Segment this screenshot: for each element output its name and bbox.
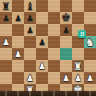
square-h2[interactable]: ♟ (84, 72, 96, 84)
square-a8[interactable]: ♜ (0, 0, 12, 12)
square-g3[interactable]: ♜ (72, 60, 84, 72)
white-pawn-h2[interactable]: ♟ (84, 72, 96, 84)
white-pawn-f2[interactable]: ♟ (60, 72, 72, 84)
square-g7[interactable] (72, 12, 84, 24)
square-f4[interactable] (60, 48, 72, 60)
black-pawn-c6[interactable]: ♟ (24, 24, 36, 36)
white-pawn-b4[interactable]: ♟ (12, 48, 24, 60)
black-bishop-c8[interactable]: ♝ (24, 0, 36, 12)
square-a6[interactable] (0, 24, 12, 36)
white-pawn-d3[interactable]: ♟ (36, 60, 48, 72)
square-g4[interactable] (72, 48, 84, 60)
square-b5[interactable] (12, 36, 24, 48)
white-rook-g3[interactable]: ♜ (72, 60, 84, 72)
square-d4[interactable] (36, 48, 48, 60)
white-pawn-c2[interactable]: ♟ (24, 72, 36, 84)
black-pawn-f6[interactable]: ♟ (60, 24, 72, 36)
white-knight-h5[interactable]: ♞ (84, 36, 96, 48)
square-d2[interactable] (36, 72, 48, 84)
square-g8[interactable] (72, 0, 84, 12)
square-a3[interactable] (0, 60, 12, 72)
square-h8[interactable] (84, 0, 96, 12)
square-e6[interactable] (48, 24, 60, 36)
black-pawn-b7[interactable]: ♟ (12, 12, 24, 24)
square-a2[interactable] (0, 72, 12, 84)
black-pawn-a7[interactable]: ♟ (0, 12, 12, 24)
square-b4[interactable]: ♟ (12, 48, 24, 60)
square-a7[interactable]: ♟ (0, 12, 12, 24)
square-e2[interactable] (48, 72, 60, 84)
square-c2[interactable]: ♟ (24, 72, 36, 84)
black-pawn-d5[interactable]: ♟ (36, 36, 48, 48)
square-a5[interactable]: ♟ (0, 36, 12, 48)
square-e8[interactable] (48, 0, 60, 12)
square-h4[interactable] (84, 48, 96, 60)
bottom-ui-strip (0, 91, 96, 96)
black-king-f7[interactable]: ♚ (60, 12, 72, 24)
square-h3[interactable] (84, 60, 96, 72)
square-a4[interactable] (0, 48, 12, 60)
black-pawn-c7[interactable]: ♟ (24, 12, 36, 24)
square-b7[interactable]: ♟ (12, 12, 24, 24)
square-e7[interactable] (48, 12, 60, 24)
square-d8[interactable] (36, 0, 48, 12)
black-rook-a8[interactable]: ♜ (0, 0, 12, 12)
square-e4[interactable] (48, 48, 60, 60)
square-d7[interactable] (36, 12, 48, 24)
square-b2[interactable] (12, 72, 24, 84)
chess-board: ♜♝♟♟♟♚♟♟♟♟♞♟♟♜♟♟♟♟♜♚ (0, 0, 96, 96)
square-c3[interactable] (24, 60, 36, 72)
square-h5[interactable]: ♞ (84, 36, 96, 48)
bottom-strip-captured-piece-specks (0, 91, 96, 96)
square-c8[interactable]: ♝ (24, 0, 36, 12)
square-f7[interactable]: ♚ (60, 12, 72, 24)
square-c6[interactable]: ♟ (24, 24, 36, 36)
white-pawn-a5[interactable]: ♟ (0, 36, 12, 48)
square-d5[interactable]: ♟ (36, 36, 48, 48)
square-b3[interactable] (12, 60, 24, 72)
square-b6[interactable] (12, 24, 24, 36)
square-f2[interactable]: ♟ (60, 72, 72, 84)
square-f5[interactable] (60, 36, 72, 48)
chessboard-screenshot: ♜♝♟♟♟♚♟♟♟♟♞♟♟♜♟♟♟♟♜♚ !! (0, 0, 96, 96)
square-c5[interactable] (24, 36, 36, 48)
square-f3[interactable] (60, 60, 72, 72)
square-e3[interactable] (48, 60, 60, 72)
square-d3[interactable]: ♟ (36, 60, 48, 72)
square-d6[interactable] (36, 24, 48, 36)
square-b8[interactable] (12, 0, 24, 12)
square-h7[interactable] (84, 12, 96, 24)
brilliant-move-badge-icon: !! (78, 30, 86, 38)
square-f6[interactable]: ♟ (60, 24, 72, 36)
square-c7[interactable]: ♟ (24, 12, 36, 24)
square-c4[interactable] (24, 48, 36, 60)
square-e5[interactable] (48, 36, 60, 48)
